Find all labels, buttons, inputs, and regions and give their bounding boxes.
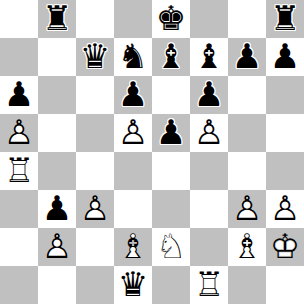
black-pawn-icon: ♟ — [118, 77, 148, 111]
black-queen-icon: ♛ — [80, 39, 110, 73]
square-b3[interactable]: ♟ — [38, 190, 76, 228]
square-f7[interactable]: ♝ — [190, 38, 228, 76]
square-g4[interactable] — [228, 152, 266, 190]
piece-white-pawn: ♟♙ — [76, 190, 114, 228]
white-pawn-icon: ♙ — [80, 191, 110, 225]
square-e4[interactable] — [152, 152, 190, 190]
square-a3[interactable] — [0, 190, 38, 228]
piece-black-pawn: ♟ — [38, 190, 76, 228]
square-h5[interactable] — [266, 114, 304, 152]
black-pawn-icon: ♟ — [232, 39, 262, 73]
square-e3[interactable] — [152, 190, 190, 228]
square-a8[interactable] — [0, 0, 38, 38]
piece-white-pawn: ♟♙ — [190, 114, 228, 152]
square-b6[interactable] — [38, 76, 76, 114]
piece-black-pawn: ♟ — [0, 76, 38, 114]
piece-white-bishop: ♝♗ — [114, 228, 152, 266]
square-a7[interactable] — [0, 38, 38, 76]
piece-white-rook: ♜♖ — [190, 266, 228, 304]
square-d5[interactable]: ♟♙ — [114, 114, 152, 152]
black-pawn-icon: ♟ — [194, 77, 224, 111]
piece-white-rook: ♜♖ — [0, 152, 38, 190]
square-g6[interactable] — [228, 76, 266, 114]
square-d4[interactable] — [114, 152, 152, 190]
square-f5[interactable]: ♟♙ — [190, 114, 228, 152]
square-g7[interactable]: ♟ — [228, 38, 266, 76]
square-b4[interactable] — [38, 152, 76, 190]
square-d8[interactable] — [114, 0, 152, 38]
white-bishop-icon: ♗ — [118, 229, 148, 263]
black-pawn-icon: ♟ — [42, 191, 72, 225]
piece-black-rook: ♜ — [266, 0, 304, 38]
square-a4[interactable]: ♜♖ — [0, 152, 38, 190]
square-f4[interactable] — [190, 152, 228, 190]
chess-board: ♜♚♜♛♞♝♝♟♟♟♟♟♟♙♟♙♟♟♙♜♖♟♟♙♟♙♟♙♟♙♝♗♞♘♝♗♚♔♛♜… — [0, 0, 304, 304]
square-f3[interactable] — [190, 190, 228, 228]
square-d6[interactable]: ♟ — [114, 76, 152, 114]
piece-black-pawn: ♟ — [266, 38, 304, 76]
square-b8[interactable]: ♜ — [38, 0, 76, 38]
square-b7[interactable] — [38, 38, 76, 76]
white-pawn-icon: ♙ — [270, 191, 300, 225]
square-c3[interactable]: ♟♙ — [76, 190, 114, 228]
piece-white-knight: ♞♘ — [152, 228, 190, 266]
piece-white-pawn: ♟♙ — [266, 190, 304, 228]
square-g8[interactable] — [228, 0, 266, 38]
piece-black-king: ♚ — [152, 0, 190, 38]
white-rook-icon: ♖ — [194, 267, 224, 301]
square-c5[interactable] — [76, 114, 114, 152]
white-pawn-icon: ♙ — [232, 191, 262, 225]
square-h8[interactable]: ♜ — [266, 0, 304, 38]
black-rook-icon: ♜ — [42, 1, 72, 35]
square-b2[interactable]: ♟♙ — [38, 228, 76, 266]
square-e6[interactable] — [152, 76, 190, 114]
piece-white-king: ♚♔ — [266, 228, 304, 266]
square-g3[interactable]: ♟♙ — [228, 190, 266, 228]
square-a6[interactable]: ♟ — [0, 76, 38, 114]
square-c7[interactable]: ♛ — [76, 38, 114, 76]
piece-black-rook: ♜ — [38, 0, 76, 38]
white-rook-icon: ♖ — [4, 153, 34, 187]
piece-black-pawn: ♟ — [228, 38, 266, 76]
white-pawn-icon: ♙ — [194, 115, 224, 149]
square-d3[interactable] — [114, 190, 152, 228]
white-pawn-icon: ♙ — [4, 115, 34, 149]
square-g1[interactable] — [228, 266, 266, 304]
black-knight-icon: ♞ — [118, 39, 148, 73]
piece-white-pawn: ♟♙ — [0, 114, 38, 152]
white-pawn-icon: ♙ — [118, 115, 148, 149]
piece-black-pawn: ♟ — [152, 114, 190, 152]
square-b5[interactable] — [38, 114, 76, 152]
square-c8[interactable] — [76, 0, 114, 38]
square-e7[interactable]: ♝ — [152, 38, 190, 76]
square-f2[interactable] — [190, 228, 228, 266]
square-e2[interactable]: ♞♘ — [152, 228, 190, 266]
piece-black-knight: ♞ — [114, 38, 152, 76]
square-a1[interactable] — [0, 266, 38, 304]
black-rook-icon: ♜ — [270, 1, 300, 35]
square-d7[interactable]: ♞ — [114, 38, 152, 76]
square-h6[interactable] — [266, 76, 304, 114]
piece-white-pawn: ♟♙ — [38, 228, 76, 266]
square-c4[interactable] — [76, 152, 114, 190]
black-pawn-icon: ♟ — [156, 115, 186, 149]
piece-white-pawn: ♟♙ — [114, 114, 152, 152]
black-bishop-icon: ♝ — [156, 39, 186, 73]
black-queen-icon: ♛ — [118, 267, 148, 301]
square-c2[interactable] — [76, 228, 114, 266]
piece-black-bishop: ♝ — [190, 38, 228, 76]
white-king-icon: ♔ — [270, 229, 300, 263]
square-d1[interactable]: ♛ — [114, 266, 152, 304]
piece-black-bishop: ♝ — [152, 38, 190, 76]
square-h7[interactable]: ♟ — [266, 38, 304, 76]
piece-black-pawn: ♟ — [190, 76, 228, 114]
square-a5[interactable]: ♟♙ — [0, 114, 38, 152]
white-bishop-icon: ♗ — [232, 229, 262, 263]
black-king-icon: ♚ — [156, 1, 186, 35]
piece-black-queen: ♛ — [114, 266, 152, 304]
square-g2[interactable]: ♝♗ — [228, 228, 266, 266]
square-h4[interactable] — [266, 152, 304, 190]
square-f8[interactable] — [190, 0, 228, 38]
white-pawn-icon: ♙ — [42, 229, 72, 263]
black-pawn-icon: ♟ — [4, 77, 34, 111]
piece-white-bishop: ♝♗ — [228, 228, 266, 266]
square-h1[interactable] — [266, 266, 304, 304]
black-bishop-icon: ♝ — [194, 39, 224, 73]
square-h2[interactable]: ♚♔ — [266, 228, 304, 266]
square-d2[interactable]: ♝♗ — [114, 228, 152, 266]
square-f1[interactable]: ♜♖ — [190, 266, 228, 304]
piece-black-pawn: ♟ — [114, 76, 152, 114]
square-a2[interactable] — [0, 228, 38, 266]
square-e5[interactable]: ♟ — [152, 114, 190, 152]
square-e1[interactable] — [152, 266, 190, 304]
square-e8[interactable]: ♚ — [152, 0, 190, 38]
square-f6[interactable]: ♟ — [190, 76, 228, 114]
square-h3[interactable]: ♟♙ — [266, 190, 304, 228]
square-b1[interactable] — [38, 266, 76, 304]
square-g5[interactable] — [228, 114, 266, 152]
square-c6[interactable] — [76, 76, 114, 114]
piece-white-pawn: ♟♙ — [228, 190, 266, 228]
white-knight-icon: ♘ — [156, 229, 186, 263]
square-c1[interactable] — [76, 266, 114, 304]
piece-black-queen: ♛ — [76, 38, 114, 76]
black-pawn-icon: ♟ — [270, 39, 300, 73]
